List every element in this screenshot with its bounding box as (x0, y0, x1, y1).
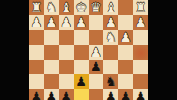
black-knight[interactable]: ♞ (105, 75, 117, 88)
square-a2[interactable]: ♟ (133, 15, 148, 30)
square-h2[interactable]: ♟ (29, 15, 44, 30)
square-a6[interactable] (133, 74, 148, 89)
square-d2[interactable] (89, 15, 104, 30)
white-bishop[interactable]: ♝ (60, 0, 72, 13)
square-e6[interactable]: ♟ (74, 74, 89, 89)
white-bishop[interactable]: ♝ (105, 0, 117, 13)
square-e5[interactable] (74, 60, 89, 75)
square-h1[interactable]: ♜ (29, 0, 44, 15)
square-d6[interactable] (89, 74, 104, 89)
white-pawn[interactable]: ♟ (31, 15, 43, 28)
chess-board: ♜♞♝♚♛♝♜♟♟♟♟♟♟♞♟♟♟♟♞♟♟♟♟♟♟♜♞♝♚♛♝♜ (29, 0, 148, 100)
screenshot-root: ♜♞♝♚♛♝♜♟♟♟♟♟♟♞♟♟♟♟♞♟♟♟♟♟♟♜♞♝♚♛♝♜ (0, 0, 177, 100)
square-f7[interactable]: ♟ (59, 89, 74, 100)
white-king[interactable]: ♚ (75, 0, 87, 13)
square-g1[interactable]: ♞ (44, 0, 59, 15)
square-g7[interactable]: ♟ (44, 89, 59, 100)
square-d5[interactable]: ♟ (89, 60, 104, 75)
square-g2[interactable]: ♟ (44, 15, 59, 30)
black-pawn[interactable]: ♟ (135, 90, 147, 100)
white-knight[interactable]: ♞ (45, 0, 57, 13)
square-f2[interactable]: ♟ (59, 15, 74, 30)
square-g3[interactable] (44, 30, 59, 45)
black-pawn[interactable]: ♟ (45, 90, 57, 100)
square-h7[interactable]: ♟ (29, 89, 44, 100)
black-pawn[interactable]: ♟ (31, 90, 43, 100)
white-rook[interactable]: ♜ (31, 0, 43, 13)
square-e3[interactable] (74, 30, 89, 45)
square-b3[interactable]: ♟ (118, 30, 133, 45)
white-queen[interactable]: ♛ (90, 0, 102, 13)
square-e2[interactable]: ♟ (74, 15, 89, 30)
white-pawn[interactable]: ♟ (60, 15, 72, 28)
white-pawn[interactable]: ♟ (45, 15, 57, 28)
square-f4[interactable] (59, 45, 74, 60)
square-c4[interactable] (103, 45, 118, 60)
square-c5[interactable] (103, 60, 118, 75)
square-f5[interactable] (59, 60, 74, 75)
white-pawn[interactable]: ♟ (120, 30, 132, 43)
square-c6[interactable]: ♞ (103, 74, 118, 89)
white-knight[interactable]: ♞ (105, 30, 117, 43)
square-e7[interactable] (74, 89, 89, 100)
square-b2[interactable] (118, 15, 133, 30)
square-g4[interactable] (44, 45, 59, 60)
square-a1[interactable]: ♜ (133, 0, 148, 15)
square-d3[interactable] (89, 30, 104, 45)
white-pawn[interactable]: ♟ (90, 45, 102, 58)
white-pawn[interactable]: ♟ (135, 15, 147, 28)
red-smudge-artifact (133, 45, 148, 60)
square-b1[interactable] (118, 0, 133, 15)
black-pawn[interactable]: ♟ (75, 75, 87, 88)
white-pawn[interactable]: ♟ (75, 15, 87, 28)
black-pawn[interactable]: ♟ (120, 90, 132, 100)
square-g6[interactable] (44, 74, 59, 89)
square-a4[interactable] (133, 45, 148, 60)
square-h4[interactable] (29, 45, 44, 60)
square-d1[interactable]: ♛ (89, 0, 104, 15)
square-c3[interactable]: ♞ (103, 30, 118, 45)
square-a3[interactable] (133, 30, 148, 45)
square-h5[interactable] (29, 60, 44, 75)
square-c7[interactable]: ♟ (103, 89, 118, 100)
square-e4[interactable] (74, 45, 89, 60)
white-pawn[interactable]: ♟ (105, 15, 117, 28)
square-a7[interactable]: ♟ (133, 89, 148, 100)
square-a5[interactable] (133, 60, 148, 75)
black-pawn[interactable]: ♟ (60, 90, 72, 100)
square-f6[interactable] (59, 74, 74, 89)
square-d4[interactable]: ♟ (89, 45, 104, 60)
square-h6[interactable] (29, 74, 44, 89)
square-f3[interactable] (59, 30, 74, 45)
square-b6[interactable] (118, 74, 133, 89)
square-c1[interactable]: ♝ (103, 0, 118, 15)
black-pawn[interactable]: ♟ (90, 60, 102, 73)
square-b5[interactable] (118, 60, 133, 75)
square-c2[interactable]: ♟ (103, 15, 118, 30)
square-e1[interactable]: ♚ (74, 0, 89, 15)
square-f1[interactable]: ♝ (59, 0, 74, 15)
white-rook[interactable]: ♜ (135, 0, 147, 13)
square-h3[interactable] (29, 30, 44, 45)
black-pawn[interactable]: ♟ (105, 90, 117, 100)
square-d7[interactable] (89, 89, 104, 100)
square-g5[interactable] (44, 60, 59, 75)
square-b7[interactable]: ♟ (118, 89, 133, 100)
square-b4[interactable] (118, 45, 133, 60)
